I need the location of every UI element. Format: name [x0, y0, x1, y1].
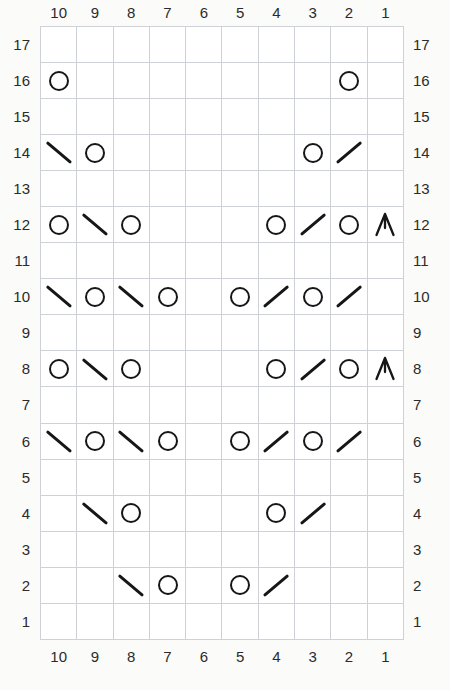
col-labels-top-2: 2: [331, 0, 366, 25]
cell-r10-c2: [331, 279, 366, 314]
cell-r4-c10: [41, 496, 76, 531]
row-labels-left-15: 15: [0, 99, 33, 134]
cell-r15-c5: [222, 99, 257, 134]
row-labels-left: 1716151413121110987654321: [0, 27, 33, 639]
row-labels-right-1: 1: [406, 604, 442, 639]
cell-r1-c9: [77, 604, 112, 639]
col-labels-bottom-6: 6: [186, 642, 221, 670]
cell-r2-c8: [114, 568, 149, 603]
row-labels-right: 1716151413121110987654321: [406, 27, 442, 639]
cell-r12-c3: [295, 207, 330, 242]
col-labels-bottom-9: 9: [77, 642, 112, 670]
cell-r6-c6: [186, 424, 221, 459]
left-decrease-symbol: [45, 430, 71, 453]
row-labels-left-7: 7: [0, 387, 33, 422]
cell-r17-c2: [331, 27, 366, 62]
cell-r11-c9: [77, 243, 112, 278]
cell-r16-c1: [368, 63, 403, 98]
cell-r3-c8: [114, 532, 149, 567]
cell-r16-c4: [259, 63, 294, 98]
cell-r10-c6: [186, 279, 221, 314]
row-labels-left-14: 14: [0, 135, 33, 170]
knitting-chart: 10987654321 1716151413121110987654321 17…: [0, 0, 450, 690]
row-labels-left-5: 5: [0, 460, 33, 495]
cell-r6-c7: [150, 424, 185, 459]
cell-r6-c3: [295, 424, 330, 459]
cell-r13-c7: [150, 171, 185, 206]
cell-r10-c9: [77, 279, 112, 314]
cell-r14-c4: [259, 135, 294, 170]
cell-r6-c2: [331, 424, 366, 459]
left-decrease-symbol: [45, 285, 71, 308]
right-decrease-symbol: [336, 141, 362, 164]
cell-r7-c5: [222, 387, 257, 422]
yarn-over-symbol: [230, 431, 250, 451]
cell-r11-c6: [186, 243, 221, 278]
yarn-over-symbol: [121, 359, 141, 379]
cell-r15-c1: [368, 99, 403, 134]
col-labels-top-1: 1: [368, 0, 403, 25]
cell-r14-c9: [77, 135, 112, 170]
cell-r4-c8: [114, 496, 149, 531]
cell-r5-c3: [295, 460, 330, 495]
yarn-over-symbol: [85, 431, 105, 451]
cell-r12-c1: [368, 207, 403, 242]
cell-r9-c2: [331, 315, 366, 350]
cell-r10-c8: [114, 279, 149, 314]
left-decrease-symbol: [45, 141, 71, 164]
cell-r12-c6: [186, 207, 221, 242]
cell-r11-c8: [114, 243, 149, 278]
yarn-over-symbol: [49, 71, 69, 91]
right-decrease-symbol: [300, 213, 326, 236]
cell-r5-c4: [259, 460, 294, 495]
cell-r1-c7: [150, 604, 185, 639]
yarn-over-symbol: [121, 215, 141, 235]
row-labels-left-9: 9: [0, 315, 33, 350]
cell-r1-c5: [222, 604, 257, 639]
cell-r3-c6: [186, 532, 221, 567]
cell-r11-c5: [222, 243, 257, 278]
cell-r16-c3: [295, 63, 330, 98]
cell-r16-c8: [114, 63, 149, 98]
row-labels-right-2: 2: [406, 568, 442, 603]
cell-r16-c2: [331, 63, 366, 98]
cell-r3-c3: [295, 532, 330, 567]
cell-r2-c4: [259, 568, 294, 603]
cell-r7-c9: [77, 387, 112, 422]
cell-r2-c1: [368, 568, 403, 603]
cell-r12-c8: [114, 207, 149, 242]
yarn-over-symbol: [303, 287, 323, 307]
row-labels-left-4: 4: [0, 496, 33, 531]
cell-r2-c5: [222, 568, 257, 603]
cell-r14-c3: [295, 135, 330, 170]
row-labels-right-8: 8: [406, 351, 442, 386]
cell-r5-c6: [186, 460, 221, 495]
row-labels-right-7: 7: [406, 387, 442, 422]
cell-r12-c9: [77, 207, 112, 242]
yarn-over-symbol: [339, 71, 359, 91]
row-labels-right-5: 5: [406, 460, 442, 495]
cell-r13-c2: [331, 171, 366, 206]
cell-r7-c8: [114, 387, 149, 422]
cell-r13-c3: [295, 171, 330, 206]
yarn-over-symbol: [85, 143, 105, 163]
cell-r17-c7: [150, 27, 185, 62]
cell-r4-c1: [368, 496, 403, 531]
cell-r4-c3: [295, 496, 330, 531]
cell-r6-c8: [114, 424, 149, 459]
cell-r9-c9: [77, 315, 112, 350]
cell-r3-c2: [331, 532, 366, 567]
cell-r4-c7: [150, 496, 185, 531]
col-labels-top-3: 3: [295, 0, 330, 25]
col-labels-bottom-1: 1: [368, 642, 403, 670]
yarn-over-symbol: [49, 359, 69, 379]
cell-r13-c9: [77, 171, 112, 206]
cell-r11-c3: [295, 243, 330, 278]
row-labels-left-17: 17: [0, 27, 33, 62]
col-labels-bottom-7: 7: [150, 642, 185, 670]
chart-grid: [40, 26, 404, 640]
cell-r8-c4: [259, 351, 294, 386]
cell-r14-c10: [41, 135, 76, 170]
cell-r11-c2: [331, 243, 366, 278]
row-labels-right-3: 3: [406, 532, 442, 567]
cell-r13-c1: [368, 171, 403, 206]
cell-r3-c10: [41, 532, 76, 567]
cell-r17-c6: [186, 27, 221, 62]
cell-r11-c4: [259, 243, 294, 278]
yarn-over-symbol: [266, 503, 286, 523]
cell-r17-c5: [222, 27, 257, 62]
cell-r10-c4: [259, 279, 294, 314]
yarn-over-symbol: [85, 287, 105, 307]
cell-r4-c6: [186, 496, 221, 531]
cell-r13-c4: [259, 171, 294, 206]
cell-r9-c8: [114, 315, 149, 350]
cell-r15-c3: [295, 99, 330, 134]
yarn-over-symbol: [121, 503, 141, 523]
cell-r5-c5: [222, 460, 257, 495]
col-labels-bottom-5: 5: [222, 642, 257, 670]
row-labels-left-8: 8: [0, 351, 33, 386]
yarn-over-symbol: [339, 359, 359, 379]
yarn-over-symbol: [158, 287, 178, 307]
cell-r3-c5: [222, 532, 257, 567]
cell-r5-c10: [41, 460, 76, 495]
cell-r7-c6: [186, 387, 221, 422]
cell-r1-c2: [331, 604, 366, 639]
cell-r16-c9: [77, 63, 112, 98]
cell-r10-c10: [41, 279, 76, 314]
row-labels-left-12: 12: [0, 207, 33, 242]
cell-r16-c10: [41, 63, 76, 98]
cell-r4-c4: [259, 496, 294, 531]
cell-r8-c9: [77, 351, 112, 386]
cell-r7-c3: [295, 387, 330, 422]
cell-r9-c5: [222, 315, 257, 350]
cell-r9-c10: [41, 315, 76, 350]
cell-r3-c7: [150, 532, 185, 567]
cell-r13-c6: [186, 171, 221, 206]
row-labels-right-11: 11: [406, 243, 442, 278]
row-labels-right-15: 15: [406, 99, 442, 134]
row-labels-right-10: 10: [406, 279, 442, 314]
cell-r10-c3: [295, 279, 330, 314]
cell-r8-c1: [368, 351, 403, 386]
cell-r1-c4: [259, 604, 294, 639]
cell-r10-c5: [222, 279, 257, 314]
cell-r4-c9: [77, 496, 112, 531]
cell-r15-c7: [150, 99, 185, 134]
cell-r8-c2: [331, 351, 366, 386]
left-decrease-symbol: [118, 430, 144, 453]
yarn-over-symbol: [266, 359, 286, 379]
yarn-over-symbol: [266, 215, 286, 235]
row-labels-right-14: 14: [406, 135, 442, 170]
yarn-over-symbol: [303, 431, 323, 451]
left-decrease-symbol: [118, 574, 144, 597]
row-labels-left-16: 16: [0, 63, 33, 98]
cell-r13-c8: [114, 171, 149, 206]
cell-r11-c7: [150, 243, 185, 278]
right-decrease-symbol: [300, 358, 326, 381]
cell-r1-c3: [295, 604, 330, 639]
cell-r17-c3: [295, 27, 330, 62]
cell-r14-c5: [222, 135, 257, 170]
cell-r14-c6: [186, 135, 221, 170]
left-decrease-symbol: [82, 358, 108, 381]
cell-r13-c5: [222, 171, 257, 206]
cell-r14-c7: [150, 135, 185, 170]
cell-r12-c4: [259, 207, 294, 242]
col-labels-top-7: 7: [150, 0, 185, 25]
cell-r1-c8: [114, 604, 149, 639]
cell-r2-c2: [331, 568, 366, 603]
col-labels-top-4: 4: [259, 0, 294, 25]
row-labels-left-11: 11: [0, 243, 33, 278]
right-decrease-symbol: [263, 285, 289, 308]
cell-r16-c6: [186, 63, 221, 98]
cell-r5-c7: [150, 460, 185, 495]
right-decrease-symbol: [263, 430, 289, 453]
cell-r12-c2: [331, 207, 366, 242]
cell-r5-c2: [331, 460, 366, 495]
cell-r14-c1: [368, 135, 403, 170]
row-labels-left-10: 10: [0, 279, 33, 314]
row-labels-left-6: 6: [0, 424, 33, 459]
cell-r8-c8: [114, 351, 149, 386]
cell-r7-c10: [41, 387, 76, 422]
cell-r6-c5: [222, 424, 257, 459]
column-labels-bottom: 10987654321: [41, 642, 403, 670]
cell-r12-c7: [150, 207, 185, 242]
cell-r6-c10: [41, 424, 76, 459]
cell-r5-c1: [368, 460, 403, 495]
row-labels-right-17: 17: [406, 27, 442, 62]
column-labels-top: 10987654321: [41, 0, 403, 25]
row-labels-right-6: 6: [406, 424, 442, 459]
yarn-over-symbol: [303, 143, 323, 163]
row-labels-left-1: 1: [0, 604, 33, 639]
cell-r4-c5: [222, 496, 257, 531]
cell-r7-c7: [150, 387, 185, 422]
cell-r6-c9: [77, 424, 112, 459]
cell-r17-c9: [77, 27, 112, 62]
row-labels-right-4: 4: [406, 496, 442, 531]
cell-r15-c4: [259, 99, 294, 134]
row-labels-right-9: 9: [406, 315, 442, 350]
yarn-over-symbol: [158, 575, 178, 595]
cell-r12-c5: [222, 207, 257, 242]
yarn-over-symbol: [230, 575, 250, 595]
cell-r3-c1: [368, 532, 403, 567]
cell-r15-c6: [186, 99, 221, 134]
cell-r15-c9: [77, 99, 112, 134]
cell-r2-c9: [77, 568, 112, 603]
cell-r6-c4: [259, 424, 294, 459]
col-labels-bottom-3: 3: [295, 642, 330, 670]
cell-r9-c1: [368, 315, 403, 350]
left-decrease-symbol: [118, 285, 144, 308]
cell-r3-c4: [259, 532, 294, 567]
col-labels-top-6: 6: [186, 0, 221, 25]
cell-r8-c10: [41, 351, 76, 386]
cell-r10-c1: [368, 279, 403, 314]
cell-r15-c8: [114, 99, 149, 134]
col-labels-bottom-4: 4: [259, 642, 294, 670]
col-labels-bottom-10: 10: [41, 642, 76, 670]
row-labels-left-2: 2: [0, 568, 33, 603]
cell-r10-c7: [150, 279, 185, 314]
yarn-over-symbol: [158, 431, 178, 451]
col-labels-top-10: 10: [41, 0, 76, 25]
centered-double-decrease-symbol: [372, 212, 398, 237]
cell-r14-c8: [114, 135, 149, 170]
cell-r12-c10: [41, 207, 76, 242]
left-decrease-symbol: [82, 213, 108, 236]
yarn-over-symbol: [49, 215, 69, 235]
cell-r17-c10: [41, 27, 76, 62]
cell-r1-c1: [368, 604, 403, 639]
cell-r1-c6: [186, 604, 221, 639]
cell-r17-c4: [259, 27, 294, 62]
cell-r9-c6: [186, 315, 221, 350]
col-labels-bottom-2: 2: [331, 642, 366, 670]
row-labels-right-12: 12: [406, 207, 442, 242]
yarn-over-symbol: [230, 287, 250, 307]
cell-r8-c5: [222, 351, 257, 386]
cell-r3-c9: [77, 532, 112, 567]
cell-r8-c6: [186, 351, 221, 386]
col-labels-top-5: 5: [222, 0, 257, 25]
cell-r16-c5: [222, 63, 257, 98]
cell-r17-c8: [114, 27, 149, 62]
left-decrease-symbol: [82, 502, 108, 525]
cell-r6-c1: [368, 424, 403, 459]
row-labels-right-16: 16: [406, 63, 442, 98]
cell-r5-c9: [77, 460, 112, 495]
cell-r2-c3: [295, 568, 330, 603]
cell-r16-c7: [150, 63, 185, 98]
col-labels-bottom-8: 8: [114, 642, 149, 670]
cell-r9-c7: [150, 315, 185, 350]
right-decrease-symbol: [263, 574, 289, 597]
cell-r9-c4: [259, 315, 294, 350]
cell-r2-c10: [41, 568, 76, 603]
cell-r11-c10: [41, 243, 76, 278]
cell-r7-c4: [259, 387, 294, 422]
cell-r15-c10: [41, 99, 76, 134]
right-decrease-symbol: [336, 430, 362, 453]
right-decrease-symbol: [300, 502, 326, 525]
yarn-over-symbol: [339, 215, 359, 235]
row-labels-left-13: 13: [0, 171, 33, 206]
col-labels-top-9: 9: [77, 0, 112, 25]
row-labels-left-3: 3: [0, 532, 33, 567]
cell-r7-c2: [331, 387, 366, 422]
cell-r2-c6: [186, 568, 221, 603]
cell-r9-c3: [295, 315, 330, 350]
right-decrease-symbol: [336, 285, 362, 308]
cell-r13-c10: [41, 171, 76, 206]
cell-r8-c7: [150, 351, 185, 386]
centered-double-decrease-symbol: [372, 356, 398, 381]
col-labels-top-8: 8: [114, 0, 149, 25]
row-labels-right-13: 13: [406, 171, 442, 206]
cell-r8-c3: [295, 351, 330, 386]
cell-r17-c1: [368, 27, 403, 62]
cell-r11-c1: [368, 243, 403, 278]
cell-r14-c2: [331, 135, 366, 170]
cell-r15-c2: [331, 99, 366, 134]
cell-r2-c7: [150, 568, 185, 603]
cell-r4-c2: [331, 496, 366, 531]
cell-r7-c1: [368, 387, 403, 422]
cell-r5-c8: [114, 460, 149, 495]
cell-r1-c10: [41, 604, 76, 639]
